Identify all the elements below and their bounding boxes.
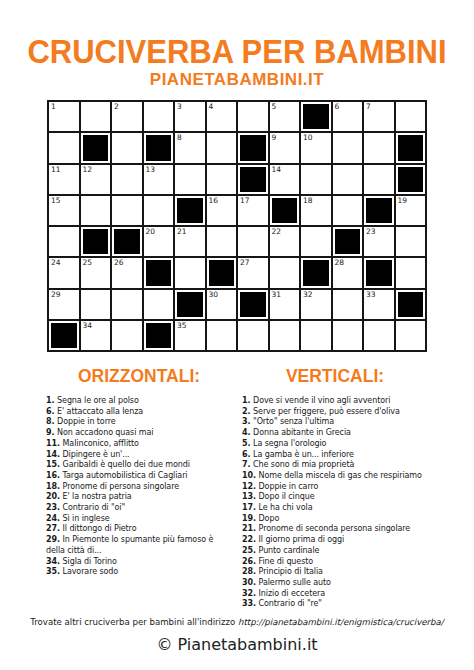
clue-item: 23. Contrario di "oi" xyxy=(46,503,232,514)
clue-number-label: 16. xyxy=(46,471,63,480)
cell-number: 32 xyxy=(303,290,313,299)
cell-number: 35 xyxy=(177,321,187,330)
clue-item: 34. Sigla di Torino xyxy=(46,557,232,568)
white-cell[interactable]: 18 xyxy=(301,196,331,225)
clues-section: ORIZZONTALI: 1. Segna le ore al polso6. … xyxy=(0,366,474,610)
footer-note: Trovate altri cruciverba per bambini all… xyxy=(0,617,474,628)
clue-number-label: 10. xyxy=(242,471,259,480)
white-cell[interactable]: 15 xyxy=(49,196,79,225)
white-cell[interactable] xyxy=(364,321,394,350)
black-cell xyxy=(270,196,300,225)
cell-number: 21 xyxy=(177,227,187,236)
white-cell[interactable] xyxy=(49,133,79,162)
white-cell[interactable] xyxy=(238,227,268,256)
black-cell xyxy=(238,133,268,162)
white-cell[interactable] xyxy=(364,133,394,162)
white-cell[interactable]: 10 xyxy=(301,133,331,162)
white-cell[interactable] xyxy=(333,196,363,225)
clue-number-label: 32. xyxy=(242,589,259,598)
white-cell[interactable] xyxy=(144,196,174,225)
white-cell[interactable] xyxy=(81,290,111,319)
white-cell[interactable] xyxy=(112,290,142,319)
cell-number: 15 xyxy=(51,196,61,205)
black-cell xyxy=(207,258,237,287)
clue-number-label: 34. xyxy=(46,557,63,566)
white-cell[interactable] xyxy=(396,102,426,131)
white-cell[interactable] xyxy=(81,102,111,131)
clue-item: 6. E' attaccato alla lenza xyxy=(46,407,232,418)
clue-number-label: 6. xyxy=(242,450,253,459)
cell-number: 9 xyxy=(272,133,277,142)
footer-text: Trovate altri cruciverba per bambini all… xyxy=(30,617,238,627)
clue-item: 21. Pronome di seconda persona singolare xyxy=(242,524,428,535)
white-cell[interactable] xyxy=(270,321,300,350)
white-cell[interactable]: 24 xyxy=(49,258,79,287)
white-cell[interactable] xyxy=(396,258,426,287)
black-cell xyxy=(301,102,331,131)
black-cell xyxy=(81,133,111,162)
cell-number: 34 xyxy=(83,321,93,330)
clue-item: 17. Le ha chi vola xyxy=(242,503,428,514)
clue-number-label: 1. xyxy=(46,396,57,405)
clue-item: 13. Dopo il cinque xyxy=(242,492,428,503)
clue-item: 1. Dove si vende il vino agli avventori xyxy=(242,396,428,407)
white-cell[interactable] xyxy=(49,227,79,256)
clue-item: 25. Punto cardinale xyxy=(242,546,428,557)
white-cell[interactable]: 3 xyxy=(175,102,205,131)
white-cell[interactable] xyxy=(207,227,237,256)
clue-item: 27. Il dittongo di Pietro xyxy=(46,524,232,535)
white-cell[interactable] xyxy=(270,258,300,287)
cell-number: 12 xyxy=(83,165,93,174)
clue-item: 5. La segna l'orologio xyxy=(242,439,428,450)
footer-url[interactable]: http://pianetabambini.it/enigmistica/cru… xyxy=(238,617,444,627)
header: CRUCIVERBA PER BAMBINI PIANETABAMBINI.IT xyxy=(0,0,474,89)
white-cell[interactable]: 11 xyxy=(49,165,79,194)
clue-item: 26. Fine di questo xyxy=(242,557,428,568)
white-cell[interactable]: 22 xyxy=(270,227,300,256)
black-cell xyxy=(364,196,394,225)
clue-item: 10. Nome della miscela di gas che respir… xyxy=(242,471,428,482)
clue-item: 30. Palermo sulle auto xyxy=(242,578,428,589)
clue-item: 9. Non accadono quasi mai xyxy=(46,428,232,439)
grid-wrapper: 1234567891011121314151617181920212223242… xyxy=(0,100,474,352)
white-cell[interactable] xyxy=(396,321,426,350)
white-cell[interactable]: 26 xyxy=(112,258,142,287)
black-cell xyxy=(81,227,111,256)
white-cell[interactable]: 25 xyxy=(81,258,111,287)
black-cell xyxy=(396,133,426,162)
cell-number: 23 xyxy=(366,227,376,236)
clue-number-label: 29. xyxy=(46,535,63,544)
white-cell[interactable]: 6 xyxy=(333,102,363,131)
clue-item: 8. Doppie in torre xyxy=(46,417,232,428)
clue-number-label: 27. xyxy=(46,524,63,533)
across-clue-list: 1. Segna le ore al polso6. E' attaccato … xyxy=(46,396,232,578)
clue-number-label: 8. xyxy=(46,417,57,426)
clue-item: 18. Pronome di persona singolare xyxy=(46,482,232,493)
black-cell xyxy=(175,196,205,225)
clue-item: 16. Targa automobilistica di Cagliari xyxy=(46,471,232,482)
cell-number: 3 xyxy=(177,102,182,111)
cell-number: 1 xyxy=(51,102,56,111)
clue-number-label: 7. xyxy=(242,460,253,469)
cell-number: 25 xyxy=(83,258,93,267)
clue-number-label: 12. xyxy=(242,482,259,491)
white-cell[interactable]: 34 xyxy=(81,321,111,350)
white-cell[interactable] xyxy=(112,321,142,350)
white-cell[interactable]: 23 xyxy=(364,227,394,256)
clue-item: 3. "Orto" senza l'ultima xyxy=(242,417,428,428)
white-cell[interactable]: 35 xyxy=(175,321,205,350)
white-cell[interactable] xyxy=(207,321,237,350)
white-cell[interactable]: 30 xyxy=(207,290,237,319)
cell-number: 11 xyxy=(51,165,61,174)
white-cell[interactable]: 13 xyxy=(144,165,174,194)
black-cell xyxy=(301,258,331,287)
cell-number: 7 xyxy=(366,102,371,111)
clue-number-label: 15. xyxy=(46,460,63,469)
white-cell[interactable]: 28 xyxy=(333,258,363,287)
white-cell[interactable] xyxy=(175,258,205,287)
clue-item: 14. Dipingere è un'... xyxy=(46,450,232,461)
clue-item: 19. Dopo xyxy=(242,514,428,525)
white-cell[interactable]: 4 xyxy=(207,102,237,131)
white-cell[interactable] xyxy=(112,133,142,162)
black-cell xyxy=(238,165,268,194)
clue-item: 6. La gamba è un... inferiore xyxy=(242,450,428,461)
site-logo: © Pianetabambini.it xyxy=(0,635,474,654)
down-heading: VERTICALI: xyxy=(242,365,428,387)
black-cell xyxy=(396,290,426,319)
clue-item: 24. Sì in inglese xyxy=(46,514,232,525)
cell-number: 2 xyxy=(114,102,119,111)
clue-number-label: 25. xyxy=(242,546,259,555)
white-cell[interactable]: 14 xyxy=(270,165,300,194)
clue-item: 15. Garibaldi è quello dei due mondi xyxy=(46,460,232,471)
white-cell[interactable] xyxy=(144,102,174,131)
white-cell[interactable] xyxy=(301,165,331,194)
black-cell xyxy=(364,258,394,287)
white-cell[interactable] xyxy=(238,102,268,131)
across-column: ORIZZONTALI: 1. Segna le ore al polso6. … xyxy=(46,366,232,610)
clue-number-label: 3. xyxy=(242,417,253,426)
cell-number: 27 xyxy=(240,258,250,267)
cell-number: 20 xyxy=(146,227,156,236)
clue-number-label: 17. xyxy=(242,503,259,512)
cell-number: 22 xyxy=(272,227,282,236)
white-cell[interactable]: 33 xyxy=(364,290,394,319)
clue-number-label: 23. xyxy=(46,503,63,512)
clue-item: 33. Contrario di "re" xyxy=(242,599,428,610)
cell-number: 24 xyxy=(51,258,61,267)
black-cell xyxy=(112,227,142,256)
clue-number-label: 6. xyxy=(46,407,57,416)
clue-number-label: 19. xyxy=(242,514,259,523)
crossword-grid: 1234567891011121314151617181920212223242… xyxy=(47,100,427,352)
cell-number: 33 xyxy=(366,290,376,299)
black-cell xyxy=(333,227,363,256)
clue-number-label: 33. xyxy=(242,599,259,608)
clue-item: 4. Donna abitante in Grecia xyxy=(242,428,428,439)
clue-item: 32. Inizio di eccetera xyxy=(242,589,428,600)
cell-number: 6 xyxy=(335,102,340,111)
clue-number-label: 13. xyxy=(242,492,259,501)
clue-number-label: 4. xyxy=(242,428,253,437)
clue-number-label: 28. xyxy=(242,567,259,576)
clue-item: 1. Segna le ore al polso xyxy=(46,396,232,407)
clue-number-label: 1. xyxy=(242,396,253,405)
clue-item: 12. Doppie in carro xyxy=(242,482,428,493)
clue-number-label: 24. xyxy=(46,514,63,523)
crossword-page: CRUCIVERBA PER BAMBINI PIANETABAMBINI.IT… xyxy=(0,0,474,670)
page-title: CRUCIVERBA PER BAMBINI xyxy=(0,35,474,69)
cell-number: 10 xyxy=(303,133,313,142)
clue-number-label: 18. xyxy=(46,482,63,491)
white-cell[interactable] xyxy=(112,165,142,194)
clue-number-label: 26. xyxy=(242,557,259,566)
white-cell[interactable] xyxy=(175,165,205,194)
white-cell[interactable]: 12 xyxy=(81,165,111,194)
cell-number: 14 xyxy=(272,165,282,174)
cell-number: 5 xyxy=(272,102,277,111)
white-cell[interactable] xyxy=(333,133,363,162)
cell-number: 31 xyxy=(272,290,282,299)
page-subtitle: PIANETABAMBINI.IT xyxy=(0,70,474,89)
clue-item: 2. Serve per friggere, può essere d'oliv… xyxy=(242,407,428,418)
clue-number-label: 2. xyxy=(242,407,253,416)
cell-number: 17 xyxy=(240,196,250,205)
white-cell[interactable] xyxy=(81,196,111,225)
cell-number: 18 xyxy=(303,196,313,205)
white-cell[interactable]: 29 xyxy=(49,290,79,319)
black-cell xyxy=(396,165,426,194)
white-cell[interactable] xyxy=(207,133,237,162)
cell-number: 19 xyxy=(398,196,408,205)
clue-item: 29. In Piemonte lo spumante più famoso è… xyxy=(46,535,232,556)
cell-number: 8 xyxy=(177,133,182,142)
cell-number: 29 xyxy=(51,290,61,299)
white-cell[interactable] xyxy=(396,227,426,256)
cell-number: 16 xyxy=(209,196,219,205)
white-cell[interactable] xyxy=(364,165,394,194)
white-cell[interactable] xyxy=(333,321,363,350)
clue-item: 28. Principio di Italia xyxy=(242,567,428,578)
white-cell[interactable]: 32 xyxy=(301,290,331,319)
clue-item: 35. Lavorare sodo xyxy=(46,567,232,578)
black-cell xyxy=(238,290,268,319)
black-cell xyxy=(49,321,79,350)
clue-item: 20. E' la nostra patria xyxy=(46,492,232,503)
black-cell xyxy=(175,290,205,319)
down-clue-list: 1. Dove si vende il vino agli avventori2… xyxy=(242,396,428,610)
white-cell[interactable] xyxy=(333,165,363,194)
clue-number-label: 30. xyxy=(242,578,259,587)
white-cell[interactable] xyxy=(333,290,363,319)
black-cell xyxy=(144,258,174,287)
clue-number-label: 35. xyxy=(46,567,63,576)
white-cell[interactable]: 2 xyxy=(112,102,142,131)
white-cell[interactable]: 21 xyxy=(175,227,205,256)
white-cell[interactable]: 1 xyxy=(49,102,79,131)
clue-number-label: 21. xyxy=(242,524,259,533)
white-cell[interactable]: 5 xyxy=(270,102,300,131)
clue-item: 11. Malinconico, afflitto xyxy=(46,439,232,450)
white-cell[interactable]: 20 xyxy=(144,227,174,256)
white-cell[interactable]: 8 xyxy=(175,133,205,162)
white-cell[interactable]: 7 xyxy=(364,102,394,131)
clue-number-label: 14. xyxy=(46,450,63,459)
clue-number-label: 22. xyxy=(242,535,259,544)
clue-number-label: 20. xyxy=(46,492,63,501)
white-cell[interactable] xyxy=(112,196,142,225)
white-cell[interactable] xyxy=(301,227,331,256)
down-column: VERTICALI: 1. Dove si vende il vino agli… xyxy=(242,366,428,610)
cell-number: 13 xyxy=(146,165,156,174)
white-cell[interactable]: 9 xyxy=(270,133,300,162)
clue-number-label: 11. xyxy=(46,439,63,448)
cell-number: 28 xyxy=(335,258,345,267)
cell-number: 26 xyxy=(114,258,124,267)
black-cell xyxy=(144,321,174,350)
white-cell[interactable] xyxy=(301,321,331,350)
clue-number-label: 9. xyxy=(46,428,57,437)
white-cell[interactable]: 19 xyxy=(396,196,426,225)
black-cell xyxy=(144,133,174,162)
white-cell[interactable] xyxy=(238,321,268,350)
clue-item: 22. Il giorno prima di oggi xyxy=(242,535,428,546)
white-cell[interactable]: 16 xyxy=(207,196,237,225)
cell-number: 4 xyxy=(209,102,214,111)
across-heading: ORIZZONTALI: xyxy=(46,365,232,387)
white-cell[interactable]: 27 xyxy=(238,258,268,287)
white-cell[interactable]: 17 xyxy=(238,196,268,225)
white-cell[interactable] xyxy=(144,290,174,319)
white-cell[interactable] xyxy=(207,165,237,194)
clue-item: 7. Che sono di mia proprietà xyxy=(242,460,428,471)
cell-number: 30 xyxy=(209,290,219,299)
white-cell[interactable]: 31 xyxy=(270,290,300,319)
clue-number-label: 5. xyxy=(242,439,253,448)
